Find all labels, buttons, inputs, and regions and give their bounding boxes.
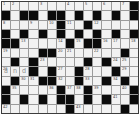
black-cell xyxy=(84,95,92,103)
white-cell[interactable] xyxy=(39,105,47,113)
black-cell xyxy=(57,21,65,29)
clue-number: 42 xyxy=(3,105,8,109)
black-cell xyxy=(20,95,28,103)
black-cell xyxy=(11,58,19,66)
clue-number: 38 xyxy=(76,86,81,90)
white-cell[interactable] xyxy=(48,105,56,113)
white-cell[interactable]: 4 xyxy=(66,2,74,10)
white-cell[interactable]: 6 xyxy=(102,2,110,10)
black-cell xyxy=(20,30,28,38)
clue-number: 5 xyxy=(85,2,87,6)
white-cell[interactable] xyxy=(121,95,129,103)
white-cell[interactable] xyxy=(66,67,74,75)
white-cell[interactable] xyxy=(75,2,83,10)
white-cell[interactable] xyxy=(39,67,47,75)
white-cell[interactable] xyxy=(112,49,120,57)
white-cell[interactable] xyxy=(20,58,28,66)
black-cell xyxy=(130,2,138,10)
white-cell[interactable]: 28 xyxy=(84,67,92,75)
white-cell[interactable] xyxy=(102,86,110,94)
crossword-grid: 1234567891011121314151617181920212223242… xyxy=(1,1,139,114)
black-cell xyxy=(48,11,56,19)
white-cell[interactable]: 26a xyxy=(2,67,10,75)
black-cell xyxy=(39,30,47,38)
white-cell[interactable]: 16 xyxy=(102,39,110,47)
clue-number: 2 xyxy=(12,2,14,6)
white-cell[interactable]: 21 xyxy=(66,49,74,57)
white-cell[interactable] xyxy=(93,67,101,75)
white-cell[interactable]: 39 xyxy=(93,86,101,94)
clue-number: 11 xyxy=(67,21,72,25)
black-cell xyxy=(121,49,129,57)
white-cell[interactable] xyxy=(102,49,110,57)
white-cell[interactable]: 20 xyxy=(57,49,65,57)
white-cell[interactable]: 37 xyxy=(66,86,74,94)
black-cell xyxy=(20,11,28,19)
black-cell xyxy=(29,67,37,75)
black-cell xyxy=(93,11,101,19)
white-cell[interactable] xyxy=(11,30,19,38)
white-cell[interactable] xyxy=(102,30,110,38)
black-cell xyxy=(75,77,83,85)
black-cell xyxy=(39,77,47,85)
white-cell[interactable] xyxy=(84,30,92,38)
black-cell xyxy=(57,95,65,103)
black-cell xyxy=(102,77,110,85)
white-cell[interactable] xyxy=(66,58,74,66)
white-cell[interactable] xyxy=(93,95,101,103)
white-cell[interactable] xyxy=(20,21,28,29)
black-cell xyxy=(2,30,10,38)
white-cell[interactable] xyxy=(39,11,47,19)
clue-number: 7 xyxy=(122,2,124,6)
black-cell xyxy=(2,86,10,94)
white-cell[interactable]: 19 xyxy=(2,49,10,57)
clue-number: 36 xyxy=(49,86,54,90)
white-cell[interactable] xyxy=(29,30,37,38)
black-cell xyxy=(112,67,120,75)
black-cell xyxy=(75,30,83,38)
black-cell xyxy=(57,11,65,19)
white-cell[interactable] xyxy=(2,58,10,66)
black-cell xyxy=(121,77,129,85)
black-cell xyxy=(130,30,138,38)
clue-number: 30 xyxy=(21,77,26,81)
clue-number: 23 xyxy=(40,58,45,62)
black-cell xyxy=(66,95,74,103)
white-cell[interactable] xyxy=(130,77,138,85)
black-cell xyxy=(93,30,101,38)
white-cell[interactable]: 35 xyxy=(11,86,19,94)
white-cell[interactable] xyxy=(20,49,28,57)
clue-number: 37 xyxy=(67,86,72,90)
white-cell[interactable] xyxy=(130,67,138,75)
white-cell[interactable] xyxy=(84,105,92,113)
white-cell[interactable]: 7 xyxy=(121,2,129,10)
black-cell xyxy=(66,39,74,47)
white-cell[interactable] xyxy=(11,105,19,113)
white-cell[interactable]: d xyxy=(20,67,28,75)
white-cell[interactable]: 29 xyxy=(121,67,129,75)
black-cell xyxy=(48,77,56,85)
white-cell[interactable] xyxy=(93,2,101,10)
black-cell xyxy=(112,11,120,19)
white-cell[interactable] xyxy=(11,21,19,29)
white-cell[interactable] xyxy=(121,30,129,38)
clue-number: 6 xyxy=(103,2,105,6)
pencil-letter: d xyxy=(21,68,28,75)
white-cell[interactable] xyxy=(75,58,83,66)
white-cell[interactable] xyxy=(20,2,28,10)
clue-number: 13 xyxy=(21,39,26,43)
black-cell xyxy=(130,11,138,19)
black-cell xyxy=(130,95,138,103)
white-cell[interactable] xyxy=(130,105,138,113)
clue-number: 40 xyxy=(122,86,127,90)
clue-number: 21 xyxy=(67,49,72,53)
black-cell xyxy=(29,11,37,19)
black-cell xyxy=(57,30,65,38)
white-cell[interactable] xyxy=(93,58,101,66)
clue-number: 41 xyxy=(113,95,118,99)
white-cell[interactable]: 12 xyxy=(93,21,101,29)
clue-number: 22 xyxy=(94,49,99,53)
white-cell[interactable]: 13 xyxy=(20,39,28,47)
clue-number: 16 xyxy=(103,39,108,43)
clue-number: 20 xyxy=(58,49,63,53)
black-cell xyxy=(75,67,83,75)
clue-number: 18 xyxy=(131,39,136,43)
black-cell xyxy=(2,11,10,19)
white-cell[interactable]: 10 xyxy=(48,21,56,29)
white-cell[interactable]: 3 xyxy=(39,2,47,10)
clue-number: 27 xyxy=(58,67,63,71)
white-cell[interactable]: 18 xyxy=(130,39,138,47)
clue-number: 31 xyxy=(30,77,35,81)
black-cell xyxy=(48,49,56,57)
white-cell[interactable]: 5 xyxy=(84,2,92,10)
white-cell[interactable] xyxy=(93,77,101,85)
white-cell[interactable] xyxy=(112,2,120,10)
black-cell xyxy=(2,39,10,47)
clue-number: 8 xyxy=(3,21,5,25)
clue-number: 33 xyxy=(85,77,90,81)
white-cell[interactable] xyxy=(102,11,110,19)
black-cell xyxy=(93,39,101,47)
white-cell[interactable] xyxy=(48,39,56,47)
white-cell[interactable]: 32 xyxy=(57,77,65,85)
black-cell xyxy=(39,49,47,57)
white-cell[interactable] xyxy=(130,49,138,57)
white-cell[interactable] xyxy=(102,21,110,29)
white-cell[interactable] xyxy=(66,30,74,38)
white-cell[interactable] xyxy=(121,39,129,47)
clue-number: 25 xyxy=(122,58,127,62)
black-cell xyxy=(29,58,37,66)
white-cell[interactable] xyxy=(112,86,120,94)
black-cell xyxy=(84,21,92,29)
white-cell[interactable] xyxy=(48,2,56,10)
white-cell[interactable] xyxy=(102,67,110,75)
white-cell[interactable] xyxy=(57,105,65,113)
white-cell[interactable]: 33 xyxy=(84,77,92,85)
clue-number: 1 xyxy=(3,2,5,6)
clue-number: 32 xyxy=(58,77,63,81)
white-cell[interactable]: 27 xyxy=(57,67,65,75)
white-cell[interactable]: 25 xyxy=(121,58,129,66)
white-cell[interactable] xyxy=(130,21,138,29)
clue-number: 35 xyxy=(12,86,17,90)
black-cell xyxy=(2,95,10,103)
white-cell[interactable]: 42 xyxy=(2,105,10,113)
black-cell xyxy=(11,39,19,47)
white-cell[interactable]: 23 xyxy=(39,58,47,66)
white-cell[interactable] xyxy=(39,86,47,94)
black-cell xyxy=(121,105,129,113)
white-cell[interactable] xyxy=(29,105,37,113)
white-cell[interactable] xyxy=(29,95,37,103)
black-cell xyxy=(102,95,110,103)
clue-number: 29 xyxy=(122,67,127,71)
white-cell[interactable]: 15 xyxy=(75,39,83,47)
white-cell[interactable] xyxy=(66,77,74,85)
black-cell xyxy=(84,39,92,47)
white-cell[interactable] xyxy=(11,49,19,57)
white-cell[interactable] xyxy=(48,95,56,103)
white-cell[interactable] xyxy=(20,105,28,113)
white-cell[interactable]: 24 xyxy=(112,58,120,66)
white-cell[interactable] xyxy=(29,2,37,10)
white-cell[interactable] xyxy=(84,49,92,57)
white-cell[interactable] xyxy=(93,105,101,113)
black-cell xyxy=(75,11,83,19)
white-cell[interactable] xyxy=(29,49,37,57)
white-cell[interactable]: 22 xyxy=(93,49,101,57)
white-cell[interactable] xyxy=(121,11,129,19)
white-cell[interactable] xyxy=(11,11,19,19)
white-cell[interactable]: 9 xyxy=(29,21,37,29)
white-cell[interactable] xyxy=(130,58,138,66)
clue-number: 24 xyxy=(113,58,118,62)
white-cell[interactable]: 31 xyxy=(29,77,37,85)
white-cell[interactable]: 34 xyxy=(112,77,120,85)
clue-number: 9 xyxy=(30,21,32,25)
white-cell[interactable] xyxy=(112,105,120,113)
clue-number: 14 xyxy=(58,39,63,43)
clue-number: 12 xyxy=(94,21,99,25)
white-cell[interactable] xyxy=(57,2,65,10)
white-cell[interactable] xyxy=(48,58,56,66)
pencil-letter: n xyxy=(12,68,19,75)
black-cell xyxy=(84,58,92,66)
clue-number: 10 xyxy=(49,21,54,25)
white-cell[interactable] xyxy=(48,30,56,38)
white-cell[interactable] xyxy=(66,11,74,19)
black-cell xyxy=(102,58,110,66)
black-cell xyxy=(112,30,120,38)
white-cell[interactable] xyxy=(20,86,28,94)
white-cell[interactable] xyxy=(29,39,37,47)
white-cell[interactable] xyxy=(75,95,83,103)
black-cell xyxy=(66,105,74,113)
white-cell[interactable] xyxy=(57,58,65,66)
pencil-letter: a xyxy=(3,68,10,75)
clue-number: 3 xyxy=(40,2,42,6)
black-cell xyxy=(57,86,65,94)
white-cell[interactable] xyxy=(29,86,37,94)
white-cell[interactable]: 38 xyxy=(75,86,83,94)
white-cell[interactable] xyxy=(2,77,10,85)
crossword-puzzle: 1234567891011121314151617181920212223242… xyxy=(0,0,140,115)
white-cell[interactable]: 1 xyxy=(2,2,10,10)
white-cell[interactable]: 43 xyxy=(75,105,83,113)
white-cell[interactable] xyxy=(102,105,110,113)
white-cell[interactable]: 17 xyxy=(112,39,120,47)
white-cell[interactable] xyxy=(75,49,83,57)
clue-number: 17 xyxy=(113,39,118,43)
white-cell[interactable]: 14 xyxy=(57,39,65,47)
clue-number: 43 xyxy=(76,105,81,109)
white-cell[interactable]: n xyxy=(11,67,19,75)
white-cell[interactable] xyxy=(112,21,120,29)
white-cell[interactable] xyxy=(39,21,47,29)
clue-number: 39 xyxy=(94,86,99,90)
white-cell[interactable]: 11 xyxy=(66,21,74,29)
white-cell[interactable]: 30 xyxy=(20,77,28,85)
black-cell xyxy=(84,86,92,94)
white-cell[interactable] xyxy=(121,21,129,29)
clue-number: 15 xyxy=(76,39,81,43)
black-cell xyxy=(39,95,47,103)
white-cell[interactable] xyxy=(39,39,47,47)
white-cell[interactable]: 36 xyxy=(48,86,56,94)
black-cell xyxy=(130,86,138,94)
black-cell xyxy=(11,77,19,85)
white-cell[interactable] xyxy=(11,95,19,103)
clue-number: 19 xyxy=(3,49,8,53)
white-cell[interactable]: 40 xyxy=(121,86,129,94)
white-cell[interactable] xyxy=(75,21,83,29)
clue-number: 28 xyxy=(85,67,90,71)
clue-number: 4 xyxy=(67,2,69,6)
white-cell[interactable]: 2 xyxy=(11,2,19,10)
white-cell[interactable]: 8 xyxy=(2,21,10,29)
white-cell[interactable]: 41 xyxy=(112,95,120,103)
black-cell xyxy=(48,67,56,75)
clue-number: 34 xyxy=(113,77,118,81)
white-cell[interactable] xyxy=(84,11,92,19)
